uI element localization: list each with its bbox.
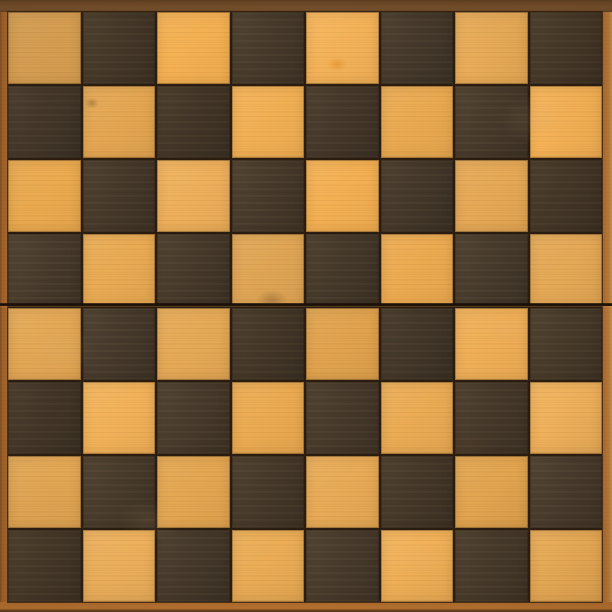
board-square bbox=[306, 456, 379, 528]
board-square bbox=[381, 456, 454, 528]
board-square bbox=[530, 456, 603, 528]
board-square bbox=[306, 308, 379, 380]
board-square bbox=[232, 12, 305, 84]
board-square bbox=[157, 86, 230, 158]
board-square bbox=[232, 160, 305, 232]
board-square bbox=[530, 12, 603, 84]
board-square bbox=[157, 530, 230, 602]
board-square bbox=[306, 382, 379, 454]
board-square bbox=[8, 234, 81, 306]
board-square bbox=[306, 12, 379, 84]
board-square bbox=[381, 382, 454, 454]
board-square bbox=[455, 382, 528, 454]
board-square bbox=[232, 86, 305, 158]
board-square bbox=[381, 12, 454, 84]
board-square bbox=[455, 308, 528, 380]
board-square bbox=[83, 160, 156, 232]
board-square bbox=[8, 308, 81, 380]
board-square bbox=[381, 160, 454, 232]
board-square bbox=[455, 160, 528, 232]
board-square bbox=[83, 530, 156, 602]
board-square bbox=[381, 530, 454, 602]
board-square bbox=[232, 234, 305, 306]
board-square bbox=[8, 456, 81, 528]
board-square bbox=[530, 160, 603, 232]
board-photo bbox=[0, 0, 612, 612]
board-square bbox=[455, 86, 528, 158]
board-square bbox=[530, 86, 603, 158]
board-square bbox=[157, 234, 230, 306]
board-square bbox=[232, 456, 305, 528]
board-square bbox=[530, 308, 603, 380]
board-square bbox=[83, 12, 156, 84]
board-square bbox=[157, 456, 230, 528]
board-square bbox=[8, 382, 81, 454]
board-square bbox=[455, 234, 528, 306]
board-square bbox=[8, 160, 81, 232]
board-square bbox=[530, 530, 603, 602]
board-square bbox=[306, 234, 379, 306]
board-square bbox=[381, 234, 454, 306]
board-square bbox=[306, 530, 379, 602]
board-square bbox=[306, 160, 379, 232]
board-square bbox=[530, 234, 603, 306]
board-square bbox=[83, 456, 156, 528]
board-square bbox=[157, 382, 230, 454]
board-square bbox=[157, 12, 230, 84]
chessboard bbox=[8, 12, 602, 602]
board-square bbox=[8, 530, 81, 602]
board-square bbox=[232, 530, 305, 602]
board-square bbox=[455, 530, 528, 602]
board-square bbox=[83, 86, 156, 158]
board-square bbox=[306, 86, 379, 158]
board-square bbox=[83, 234, 156, 306]
board-square bbox=[381, 308, 454, 380]
board-square bbox=[455, 456, 528, 528]
board-square bbox=[83, 382, 156, 454]
board-square bbox=[8, 12, 81, 84]
board-square bbox=[455, 12, 528, 84]
board-square bbox=[83, 308, 156, 380]
board-square bbox=[157, 160, 230, 232]
board-square bbox=[530, 382, 603, 454]
board-square bbox=[232, 308, 305, 380]
board-square bbox=[8, 86, 81, 158]
board-square bbox=[381, 86, 454, 158]
board-square bbox=[232, 382, 305, 454]
board-square bbox=[157, 308, 230, 380]
